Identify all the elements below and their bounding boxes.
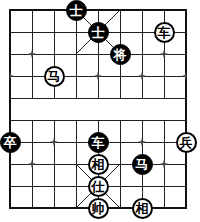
black-soldier[interactable]: 卒 bbox=[0, 132, 21, 153]
xiangqi-board[interactable]: 士士车将马卒车兵相马仕帅相 bbox=[0, 0, 200, 222]
black-advisor[interactable]: 士 bbox=[88, 22, 109, 43]
red-advisor[interactable]: 仕 bbox=[88, 176, 109, 197]
black-horse[interactable]: 马 bbox=[132, 154, 153, 175]
black-advisor[interactable]: 士 bbox=[66, 0, 87, 21]
red-soldier[interactable]: 兵 bbox=[176, 132, 197, 153]
red-general[interactable]: 帅 bbox=[88, 198, 109, 219]
red-elephant[interactable]: 相 bbox=[88, 154, 109, 175]
red-chariot[interactable]: 车 bbox=[154, 22, 175, 43]
pieces-grid: 士士车将马卒车兵相马仕帅相 bbox=[0, 0, 197, 219]
red-horse[interactable]: 马 bbox=[44, 66, 65, 87]
red-elephant[interactable]: 相 bbox=[132, 198, 153, 219]
black-general[interactable]: 将 bbox=[110, 44, 131, 65]
black-chariot[interactable]: 车 bbox=[88, 132, 109, 153]
